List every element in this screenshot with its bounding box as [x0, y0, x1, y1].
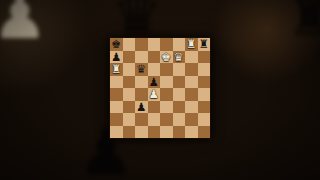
white-pawn-icon: ♟: [0, 0, 48, 48]
square-d2: [148, 113, 161, 126]
square-f7: ♛: [173, 51, 186, 64]
square-f3: [173, 101, 186, 114]
square-g7: [185, 51, 198, 64]
piece-black-rook: ♜: [199, 38, 209, 51]
square-e7: ♚: [160, 51, 173, 64]
square-e5: [160, 76, 173, 89]
square-b8: [123, 38, 136, 51]
square-f2: [173, 113, 186, 126]
square-g4: [185, 88, 198, 101]
square-d8: [148, 38, 161, 51]
square-a2: [110, 113, 123, 126]
piece-white-pawn: ♟: [149, 88, 159, 101]
square-a3: [110, 101, 123, 114]
piece-white-rook: ♜: [111, 63, 121, 76]
square-e2: [160, 113, 173, 126]
square-h1: [198, 126, 211, 139]
square-b6: [123, 63, 136, 76]
square-e1: [160, 126, 173, 139]
square-d7: [148, 51, 161, 64]
square-b3: [123, 101, 136, 114]
square-c8: [135, 38, 148, 51]
square-g8: ♜: [185, 38, 198, 51]
square-h6: [198, 63, 211, 76]
square-h4: [198, 88, 211, 101]
square-h7: [198, 51, 211, 64]
square-d3: [148, 101, 161, 114]
piece-white-rook: ♜: [186, 38, 196, 51]
square-e6: [160, 63, 173, 76]
square-h2: [198, 113, 211, 126]
square-h3: [198, 101, 211, 114]
square-b2: [123, 113, 136, 126]
square-f4: [173, 88, 186, 101]
black-rook-icon: ♜: [286, 0, 320, 44]
square-d1: [148, 126, 161, 139]
square-g6: [185, 63, 198, 76]
square-c2: [135, 113, 148, 126]
video-frame: ♟ ♛ ♜ ♟ ♚♜♜♟♚♛♜♛♟♟♟: [0, 0, 320, 180]
square-c5: [135, 76, 148, 89]
square-b7: [123, 51, 136, 64]
square-h8: ♜: [198, 38, 211, 51]
square-a6: ♜: [110, 63, 123, 76]
square-f1: [173, 126, 186, 139]
square-e3: [160, 101, 173, 114]
piece-white-king: ♚: [161, 50, 171, 63]
piece-black-queen: ♛: [136, 63, 146, 76]
square-e4: [160, 88, 173, 101]
square-c6: ♛: [135, 63, 148, 76]
chess-board: ♚♜♜♟♚♛♜♛♟♟♟: [110, 38, 210, 138]
square-b4: [123, 88, 136, 101]
square-f6: [173, 63, 186, 76]
square-b5: [123, 76, 136, 89]
square-d4: ♟: [148, 88, 161, 101]
square-h5: [198, 76, 211, 89]
square-g2: [185, 113, 198, 126]
piece-black-pawn: ♟: [136, 100, 146, 113]
square-g1: [185, 126, 198, 139]
square-a1: [110, 126, 123, 139]
square-c1: [135, 126, 148, 139]
square-b1: [123, 126, 136, 139]
square-g3: [185, 101, 198, 114]
piece-white-queen: ♛: [174, 50, 184, 63]
square-f5: [173, 76, 186, 89]
square-c3: ♟: [135, 101, 148, 114]
square-a5: [110, 76, 123, 89]
square-a4: [110, 88, 123, 101]
square-g5: [185, 76, 198, 89]
